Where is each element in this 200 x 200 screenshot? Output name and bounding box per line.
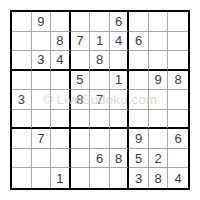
cell-r5c8[interactable] bbox=[149, 90, 169, 110]
cell-r5c7[interactable] bbox=[129, 90, 149, 110]
cell-r9c2[interactable] bbox=[32, 168, 52, 188]
cell-r5c3[interactable] bbox=[51, 90, 71, 110]
cell-r3c8[interactable] bbox=[149, 51, 169, 71]
cell-r8c1[interactable] bbox=[12, 149, 32, 169]
cell-r7c8[interactable] bbox=[149, 129, 169, 149]
cell-r2c1[interactable] bbox=[12, 32, 32, 52]
cell-r4c1[interactable] bbox=[12, 71, 32, 91]
cell-r6c2[interactable] bbox=[32, 110, 52, 130]
cell-r9c7[interactable]: 3 bbox=[129, 168, 149, 188]
cell-r6c7[interactable] bbox=[129, 110, 149, 130]
cell-r1c9[interactable] bbox=[168, 12, 188, 32]
cell-r2c5[interactable]: 1 bbox=[90, 32, 110, 52]
cell-r5c9[interactable] bbox=[168, 90, 188, 110]
cell-r6c5[interactable] bbox=[90, 110, 110, 130]
cell-r4c4[interactable]: 5 bbox=[71, 71, 91, 91]
cell-r3c5[interactable]: 8 bbox=[90, 51, 110, 71]
cell-r1c5[interactable] bbox=[90, 12, 110, 32]
cell-r8c2[interactable] bbox=[32, 149, 52, 169]
cell-r8c5[interactable]: 6 bbox=[90, 149, 110, 169]
cell-r1c7[interactable] bbox=[129, 12, 149, 32]
cell-r8c9[interactable] bbox=[168, 149, 188, 169]
cell-r9c5[interactable] bbox=[90, 168, 110, 188]
cell-r2c7[interactable]: 6 bbox=[129, 32, 149, 52]
cell-r4c9[interactable]: 8 bbox=[168, 71, 188, 91]
cell-r8c8[interactable]: 2 bbox=[149, 149, 169, 169]
cell-r2c3[interactable]: 8 bbox=[51, 32, 71, 52]
cell-r6c1[interactable] bbox=[12, 110, 32, 130]
cell-r3c1[interactable] bbox=[12, 51, 32, 71]
cell-r1c3[interactable] bbox=[51, 12, 71, 32]
cell-r3c7[interactable] bbox=[129, 51, 149, 71]
cell-r5c1[interactable]: 3 bbox=[12, 90, 32, 110]
cell-r2c8[interactable] bbox=[149, 32, 169, 52]
cell-r2c2[interactable] bbox=[32, 32, 52, 52]
cell-r9c6[interactable] bbox=[110, 168, 130, 188]
cell-r6c3[interactable] bbox=[51, 110, 71, 130]
cell-r3c6[interactable] bbox=[110, 51, 130, 71]
cell-r3c2[interactable]: 3 bbox=[32, 51, 52, 71]
cell-r7c7[interactable]: 9 bbox=[129, 129, 149, 149]
cell-r9c1[interactable] bbox=[12, 168, 32, 188]
cell-r7c1[interactable] bbox=[12, 129, 32, 149]
cell-r3c9[interactable] bbox=[168, 51, 188, 71]
cell-r7c3[interactable] bbox=[51, 129, 71, 149]
cell-r6c4[interactable] bbox=[71, 110, 91, 130]
cell-r8c6[interactable]: 8 bbox=[110, 149, 130, 169]
cell-r4c6[interactable]: 1 bbox=[110, 71, 130, 91]
cell-r5c6[interactable] bbox=[110, 90, 130, 110]
cell-r4c2[interactable] bbox=[32, 71, 52, 91]
sudoku-board: 9687146348519838779668521384 bbox=[10, 10, 190, 190]
cell-r4c7[interactable] bbox=[129, 71, 149, 91]
cell-r9c4[interactable] bbox=[71, 168, 91, 188]
cell-r5c4[interactable]: 8 bbox=[71, 90, 91, 110]
cell-r2c6[interactable]: 4 bbox=[110, 32, 130, 52]
cell-r9c9[interactable]: 4 bbox=[168, 168, 188, 188]
cell-r2c9[interactable] bbox=[168, 32, 188, 52]
cell-r5c5[interactable]: 7 bbox=[90, 90, 110, 110]
cell-r4c5[interactable] bbox=[90, 71, 110, 91]
cell-r8c3[interactable] bbox=[51, 149, 71, 169]
cell-r9c8[interactable]: 8 bbox=[149, 168, 169, 188]
cell-r2c4[interactable]: 7 bbox=[71, 32, 91, 52]
cell-r7c9[interactable]: 6 bbox=[168, 129, 188, 149]
cell-r5c2[interactable] bbox=[32, 90, 52, 110]
cell-r7c6[interactable] bbox=[110, 129, 130, 149]
cell-r7c5[interactable] bbox=[90, 129, 110, 149]
cell-r4c8[interactable]: 9 bbox=[149, 71, 169, 91]
cell-r1c1[interactable] bbox=[12, 12, 32, 32]
cell-r3c4[interactable] bbox=[71, 51, 91, 71]
cell-r8c4[interactable] bbox=[71, 149, 91, 169]
cell-r7c4[interactable] bbox=[71, 129, 91, 149]
cell-r1c2[interactable]: 9 bbox=[32, 12, 52, 32]
cell-r1c4[interactable] bbox=[71, 12, 91, 32]
cell-r3c3[interactable]: 4 bbox=[51, 51, 71, 71]
cell-r4c3[interactable] bbox=[51, 71, 71, 91]
cell-r6c6[interactable] bbox=[110, 110, 130, 130]
cell-r8c7[interactable]: 5 bbox=[129, 149, 149, 169]
cell-r7c2[interactable]: 7 bbox=[32, 129, 52, 149]
cell-r6c8[interactable] bbox=[149, 110, 169, 130]
cell-r6c9[interactable] bbox=[168, 110, 188, 130]
cell-r9c3[interactable]: 1 bbox=[51, 168, 71, 188]
cell-r1c6[interactable]: 6 bbox=[110, 12, 130, 32]
cell-r1c8[interactable] bbox=[149, 12, 169, 32]
